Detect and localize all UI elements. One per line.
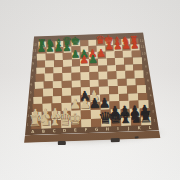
pieces-layer: ♜♞♝♛♚♛♚♝♞♜♟♟♟♟♟♟♟♟♟♟♟♟♟♟♟♟♟♟♟♟♟♟♟♟♟♟♟♟♜♞… (0, 0, 180, 180)
piece-red-pawn-l11: ♟ (130, 40, 139, 51)
piece-natural-king-e1: ♚ (67, 111, 82, 128)
board-scene: ABCDEFGHIJKL1212111110109988776655443322… (0, 0, 180, 180)
piece-black-rook-l1: ♜ (139, 110, 153, 126)
piece-green-king-e12: ♚ (70, 35, 80, 46)
product-photo: ABCDEFGHIJKL1212111110109988776655443322… (0, 0, 180, 180)
piece-green-pawn-g9: ♟ (88, 54, 98, 65)
